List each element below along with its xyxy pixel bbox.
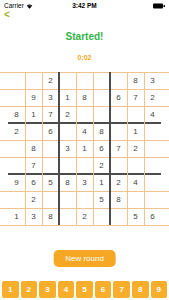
cell-r6c7[interactable] [110, 157, 127, 174]
cell-r1c7[interactable] [110, 72, 127, 89]
numpad-key-9[interactable]: 9 [151, 281, 168, 298]
cell-r8c1[interactable] [8, 191, 25, 208]
cell-r6c5[interactable] [76, 157, 93, 174]
cell-r2c7[interactable]: 6 [110, 89, 127, 106]
cell-r5c9[interactable] [144, 140, 161, 157]
cell-r3c9[interactable]: 4 [144, 106, 161, 123]
numpad-key-3[interactable]: 3 [39, 281, 56, 298]
cell-r5c1[interactable] [8, 140, 25, 157]
cell-r1c6[interactable] [93, 72, 110, 89]
cell-r7c4[interactable]: 8 [59, 174, 76, 191]
cell-r8c2[interactable]: 2 [25, 191, 42, 208]
cell-r2c4[interactable]: 1 [59, 89, 76, 106]
cell-r9c1[interactable]: 1 [8, 208, 25, 225]
cell-r1c9[interactable]: 3 [144, 72, 161, 89]
cell-r4c2[interactable] [25, 123, 42, 140]
cell-r4c7[interactable] [110, 123, 127, 140]
cell-r9c7[interactable] [110, 208, 127, 225]
numpad-key-2[interactable]: 2 [21, 281, 38, 298]
cell-r3c8[interactable] [127, 106, 144, 123]
cell-r8c7[interactable]: 8 [110, 191, 127, 208]
cell-r2c5[interactable]: 8 [76, 89, 93, 106]
cell-r8c8[interactable] [127, 191, 144, 208]
cell-r1c4[interactable] [59, 72, 76, 89]
cell-r5c2[interactable]: 8 [25, 140, 42, 157]
cell-r8c6[interactable]: 5 [93, 191, 110, 208]
cell-r1c3[interactable]: 2 [42, 72, 59, 89]
cell-r6c3[interactable] [42, 157, 59, 174]
cell-r4c4[interactable] [59, 123, 76, 140]
number-pad: 123456789 [0, 281, 169, 298]
cell-r3c3[interactable]: 7 [42, 106, 59, 123]
cell-r4c5[interactable]: 4 [76, 123, 93, 140]
cell-r3c5[interactable] [76, 106, 93, 123]
cell-r1c5[interactable] [76, 72, 93, 89]
timer-label: 0:02 [0, 54, 169, 61]
cell-r5c5[interactable]: 1 [76, 140, 93, 157]
sudoku-board: 2839318672817242648183167272965831242581… [8, 72, 161, 225]
numpad-key-6[interactable]: 6 [95, 281, 112, 298]
cell-r6c4[interactable] [59, 157, 76, 174]
clock: 3:42 PM [0, 2, 169, 9]
cell-r7c1[interactable]: 9 [8, 174, 25, 191]
numpad-key-5[interactable]: 5 [76, 281, 93, 298]
cell-r1c8[interactable]: 8 [127, 72, 144, 89]
back-button[interactable]: < [4, 10, 10, 20]
cell-r3c2[interactable]: 1 [25, 106, 42, 123]
cell-r4c1[interactable]: 2 [8, 123, 25, 140]
cell-r2c9[interactable]: 2 [144, 89, 161, 106]
cell-r7c9[interactable] [144, 174, 161, 191]
cell-r2c6[interactable] [93, 89, 110, 106]
cell-r7c6[interactable]: 1 [93, 174, 110, 191]
numpad-key-4[interactable]: 4 [58, 281, 75, 298]
cell-r1c1[interactable] [8, 72, 25, 89]
cell-r9c8[interactable]: 5 [127, 208, 144, 225]
cell-r4c9[interactable] [144, 123, 161, 140]
cell-r7c7[interactable]: 2 [110, 174, 127, 191]
cell-r2c3[interactable]: 3 [42, 89, 59, 106]
cell-r8c5[interactable] [76, 191, 93, 208]
grid-hline [0, 225, 169, 226]
cell-r7c2[interactable]: 6 [25, 174, 42, 191]
cell-r9c9[interactable]: 6 [144, 208, 161, 225]
cell-r6c2[interactable]: 7 [25, 157, 42, 174]
cell-r3c1[interactable]: 8 [8, 106, 25, 123]
numpad-key-1[interactable]: 1 [2, 281, 19, 298]
page-title: Started! [0, 31, 169, 42]
numpad-key-8[interactable]: 8 [132, 281, 149, 298]
cell-r5c8[interactable]: 2 [127, 140, 144, 157]
cell-r3c4[interactable]: 2 [59, 106, 76, 123]
cell-r6c8[interactable] [127, 157, 144, 174]
cell-r2c2[interactable]: 9 [25, 89, 42, 106]
cell-r8c4[interactable] [59, 191, 76, 208]
numpad-key-7[interactable]: 7 [113, 281, 130, 298]
new-round-button[interactable]: New round [53, 250, 116, 267]
cell-r7c5[interactable]: 3 [76, 174, 93, 191]
cell-r4c3[interactable]: 6 [42, 123, 59, 140]
cell-r8c3[interactable] [42, 191, 59, 208]
cell-r1c2[interactable] [25, 72, 42, 89]
cell-r6c9[interactable] [144, 157, 161, 174]
cell-r9c3[interactable]: 8 [42, 208, 59, 225]
cell-r4c6[interactable]: 8 [93, 123, 110, 140]
cell-r2c1[interactable] [8, 89, 25, 106]
cell-r5c7[interactable]: 7 [110, 140, 127, 157]
cell-r5c4[interactable]: 3 [59, 140, 76, 157]
cell-r3c6[interactable] [93, 106, 110, 123]
cell-r9c6[interactable] [93, 208, 110, 225]
cell-r9c4[interactable] [59, 208, 76, 225]
cell-r6c6[interactable]: 2 [93, 157, 110, 174]
cell-r2c8[interactable]: 7 [127, 89, 144, 106]
cell-r5c6[interactable]: 6 [93, 140, 110, 157]
cell-r9c2[interactable]: 3 [25, 208, 42, 225]
cell-r9c5[interactable]: 2 [76, 208, 93, 225]
status-bar: Carrier 3:42 PM [0, 0, 169, 11]
cell-r5c3[interactable] [42, 140, 59, 157]
cell-r4c8[interactable]: 1 [127, 123, 144, 140]
cell-r8c9[interactable] [144, 191, 161, 208]
cell-r3c7[interactable] [110, 106, 127, 123]
cell-r6c1[interactable] [8, 157, 25, 174]
cell-r7c3[interactable]: 5 [42, 174, 59, 191]
cell-r7c8[interactable]: 4 [127, 174, 144, 191]
